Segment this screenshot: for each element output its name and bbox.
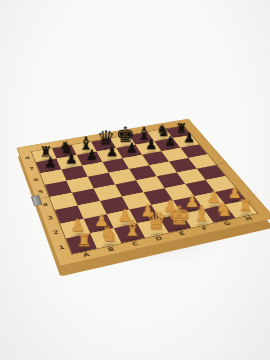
rank-label-7: 7: [27, 166, 37, 172]
photo-background: ABCDEFGH87654321♜♞♝♛♚♝♞♜♟♟♟♟♟♟♟♟♟♟♟♟♟♟♟♟…: [0, 0, 270, 360]
rank-label-6: 6: [31, 177, 42, 183]
white-rook-glyph: ♜: [234, 198, 258, 214]
white-knight-glyph: ♞: [96, 224, 121, 245]
hinge-icon: [31, 195, 43, 206]
rank-label-3: 3: [45, 215, 57, 222]
white-bishop-glyph: ♝: [120, 217, 145, 239]
rank-label-1: 1: [56, 244, 68, 252]
white-bishop-glyph: ♝: [190, 203, 214, 224]
white-king-glyph: ♚: [167, 203, 192, 229]
rank-label-4: 4: [40, 201, 51, 208]
rank-label-2: 2: [50, 229, 62, 236]
black-pawn-glyph: ♟: [179, 131, 199, 145]
white-knight-glyph: ♞: [212, 199, 236, 219]
black-pawn-glyph: ♟: [122, 141, 143, 155]
rank-label-8: 8: [23, 155, 33, 160]
white-rook-glyph: ♜: [71, 232, 97, 250]
white-queen-glyph: ♛: [144, 209, 169, 234]
black-pawn-glyph: ♟: [160, 135, 180, 149]
rank-label-5: 5: [35, 189, 46, 195]
black-pawn-glyph: ♟: [81, 148, 102, 162]
black-pawn-glyph: ♟: [141, 138, 162, 152]
black-pawn-glyph: ♟: [102, 145, 123, 159]
black-pawn-glyph: ♟: [40, 156, 61, 171]
black-pawn-glyph: ♟: [61, 152, 82, 167]
